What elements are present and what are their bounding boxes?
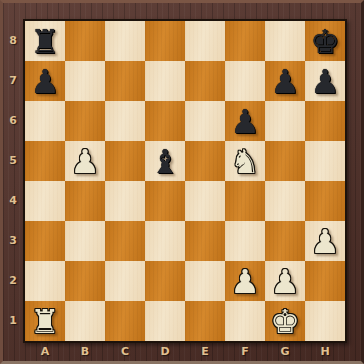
square-g4[interactable] xyxy=(265,181,305,221)
rank-label-1: 1 xyxy=(3,301,23,341)
square-c6[interactable] xyxy=(105,101,145,141)
black-rook[interactable]: ♜ xyxy=(25,21,65,61)
black-pawn[interactable]: ♟ xyxy=(25,61,65,101)
black-pawn[interactable]: ♟ xyxy=(305,61,345,101)
square-a3[interactable] xyxy=(25,221,65,261)
square-b7[interactable] xyxy=(65,61,105,101)
square-h1[interactable] xyxy=(305,301,345,341)
square-e3[interactable] xyxy=(185,221,225,261)
square-f2[interactable]: ♟ xyxy=(225,261,265,301)
black-king[interactable]: ♚ xyxy=(305,21,345,61)
square-g1[interactable]: ♚ xyxy=(265,301,305,341)
square-a4[interactable] xyxy=(25,181,65,221)
white-pawn[interactable]: ♟ xyxy=(225,261,265,301)
square-d6[interactable] xyxy=(145,101,185,141)
square-c8[interactable] xyxy=(105,21,145,61)
square-g8[interactable] xyxy=(265,21,305,61)
square-c2[interactable] xyxy=(105,261,145,301)
square-e2[interactable] xyxy=(185,261,225,301)
rank-label-8: 8 xyxy=(3,21,23,61)
square-b4[interactable] xyxy=(65,181,105,221)
square-h7[interactable]: ♟ xyxy=(305,61,345,101)
chess-board: ♜♚♟♟♟♟♟♝♞♟♟♟♜♚ xyxy=(23,19,347,343)
square-d2[interactable] xyxy=(145,261,185,301)
white-rook[interactable]: ♜ xyxy=(25,301,65,341)
square-c3[interactable] xyxy=(105,221,145,261)
square-f7[interactable] xyxy=(225,61,265,101)
square-b5[interactable]: ♟ xyxy=(65,141,105,181)
square-g5[interactable] xyxy=(265,141,305,181)
file-label-h: H xyxy=(305,343,345,361)
square-e7[interactable] xyxy=(185,61,225,101)
square-h6[interactable] xyxy=(305,101,345,141)
square-g3[interactable] xyxy=(265,221,305,261)
white-pawn[interactable]: ♟ xyxy=(305,221,345,261)
white-king[interactable]: ♚ xyxy=(265,301,305,341)
square-f4[interactable] xyxy=(225,181,265,221)
square-g6[interactable] xyxy=(265,101,305,141)
square-d8[interactable] xyxy=(145,21,185,61)
square-b6[interactable] xyxy=(65,101,105,141)
square-c1[interactable] xyxy=(105,301,145,341)
square-h2[interactable] xyxy=(305,261,345,301)
square-h3[interactable]: ♟ xyxy=(305,221,345,261)
rank-label-6: 6 xyxy=(3,101,23,141)
square-d5[interactable]: ♝ xyxy=(145,141,185,181)
square-e8[interactable] xyxy=(185,21,225,61)
square-d7[interactable] xyxy=(145,61,185,101)
square-b3[interactable] xyxy=(65,221,105,261)
file-label-g: G xyxy=(265,343,305,361)
square-c5[interactable] xyxy=(105,141,145,181)
black-bishop[interactable]: ♝ xyxy=(145,141,185,181)
square-d1[interactable] xyxy=(145,301,185,341)
square-f3[interactable] xyxy=(225,221,265,261)
square-c7[interactable] xyxy=(105,61,145,101)
square-g7[interactable]: ♟ xyxy=(265,61,305,101)
square-f6[interactable]: ♟ xyxy=(225,101,265,141)
black-pawn[interactable]: ♟ xyxy=(265,61,305,101)
square-e1[interactable] xyxy=(185,301,225,341)
file-label-b: B xyxy=(65,343,105,361)
square-a7[interactable]: ♟ xyxy=(25,61,65,101)
square-a1[interactable]: ♜ xyxy=(25,301,65,341)
square-g2[interactable]: ♟ xyxy=(265,261,305,301)
file-label-e: E xyxy=(185,343,225,361)
square-f5[interactable]: ♞ xyxy=(225,141,265,181)
rank-labels: 87654321 xyxy=(3,21,23,341)
white-pawn[interactable]: ♟ xyxy=(65,141,105,181)
board-frame: 87654321 ♜♚♟♟♟♟♟♝♞♟♟♟♜♚ ABCDEFGH xyxy=(0,0,364,364)
rank-label-5: 5 xyxy=(3,141,23,181)
file-label-c: C xyxy=(105,343,145,361)
square-h5[interactable] xyxy=(305,141,345,181)
square-f8[interactable] xyxy=(225,21,265,61)
rank-label-3: 3 xyxy=(3,221,23,261)
file-label-d: D xyxy=(145,343,185,361)
square-a5[interactable] xyxy=(25,141,65,181)
square-e4[interactable] xyxy=(185,181,225,221)
square-a6[interactable] xyxy=(25,101,65,141)
square-b1[interactable] xyxy=(65,301,105,341)
square-e6[interactable] xyxy=(185,101,225,141)
square-b2[interactable] xyxy=(65,261,105,301)
file-label-a: A xyxy=(25,343,65,361)
rank-label-7: 7 xyxy=(3,61,23,101)
square-f1[interactable] xyxy=(225,301,265,341)
file-labels: ABCDEFGH xyxy=(25,343,345,361)
square-h8[interactable]: ♚ xyxy=(305,21,345,61)
square-a8[interactable]: ♜ xyxy=(25,21,65,61)
square-e5[interactable] xyxy=(185,141,225,181)
square-d4[interactable] xyxy=(145,181,185,221)
square-c4[interactable] xyxy=(105,181,145,221)
black-pawn[interactable]: ♟ xyxy=(225,101,265,141)
white-knight[interactable]: ♞ xyxy=(225,141,265,181)
square-b8[interactable] xyxy=(65,21,105,61)
rank-label-4: 4 xyxy=(3,181,23,221)
square-h4[interactable] xyxy=(305,181,345,221)
white-pawn[interactable]: ♟ xyxy=(265,261,305,301)
square-a2[interactable] xyxy=(25,261,65,301)
file-label-f: F xyxy=(225,343,265,361)
square-d3[interactable] xyxy=(145,221,185,261)
rank-label-2: 2 xyxy=(3,261,23,301)
